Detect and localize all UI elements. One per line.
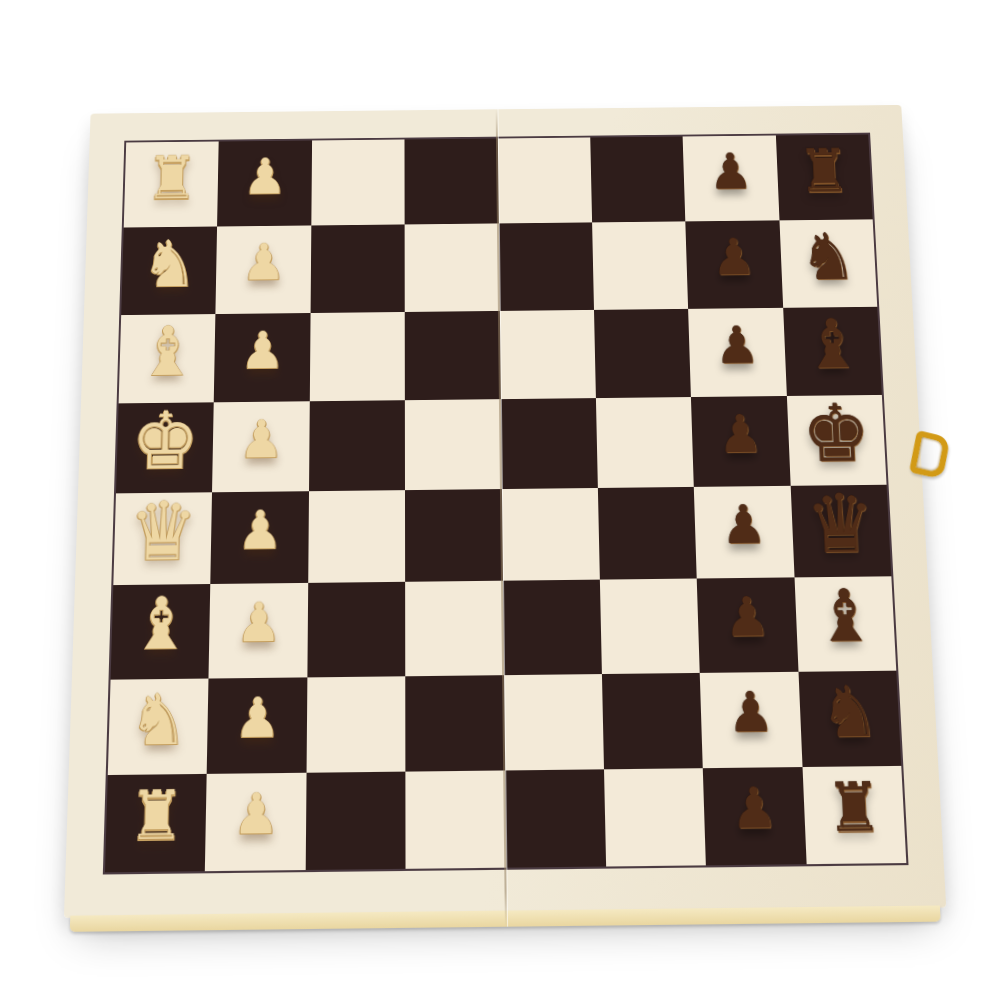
- square: ♜: [124, 141, 219, 227]
- black-bishop: ♝: [801, 310, 862, 378]
- black-rook: ♜: [824, 773, 883, 841]
- square: ♟: [211, 491, 309, 584]
- black-pawn: ♟: [727, 684, 775, 740]
- square: [500, 398, 597, 489]
- square: [594, 308, 691, 397]
- white-pawn: ♟: [232, 786, 279, 843]
- white-pawn: ♟: [241, 238, 285, 289]
- square: ♟: [700, 671, 802, 768]
- square: [310, 225, 405, 313]
- white-knight: ♞: [141, 231, 199, 296]
- square: ♟: [205, 772, 306, 871]
- black-queen: ♛: [804, 483, 876, 565]
- black-knight: ♞: [798, 224, 857, 289]
- white-pawn: ♟: [239, 413, 284, 466]
- square: [590, 136, 685, 222]
- white-rook: ♜: [145, 148, 198, 208]
- black-pawn: ♟: [714, 319, 760, 371]
- square: ♟: [686, 221, 783, 309]
- white-knight: ♞: [128, 683, 188, 755]
- white-pawn: ♟: [240, 325, 285, 377]
- square: ♜: [776, 134, 873, 220]
- square: ♟: [683, 135, 779, 221]
- square: ♛: [113, 492, 212, 585]
- white-king: ♚: [130, 401, 200, 481]
- black-pawn: ♟: [730, 780, 778, 837]
- square: ♟: [207, 677, 307, 774]
- chess-grid: ♜♟♟♜♞♟♟♞♝♟♟♝♚♟♟♚♛♟♟♛♝♟♟♝♞♟♟♞♜♟♟♜: [103, 133, 909, 875]
- square: [405, 581, 503, 676]
- square: [505, 769, 606, 868]
- black-knight: ♞: [818, 675, 880, 746]
- square: [307, 582, 405, 677]
- board-bottom-edge: [70, 905, 941, 931]
- black-pawn: ♟: [723, 590, 770, 645]
- square: [309, 400, 405, 491]
- square: ♚: [116, 402, 214, 493]
- square: ♞: [798, 670, 901, 767]
- square: ♝: [119, 314, 216, 404]
- white-rook: ♜: [128, 781, 185, 849]
- square: ♝: [111, 584, 211, 679]
- square: [602, 672, 703, 769]
- square: ♝: [794, 577, 896, 672]
- square: ♛: [790, 485, 891, 578]
- square: ♟: [214, 313, 310, 403]
- square: [501, 488, 599, 581]
- square: [406, 770, 506, 869]
- brass-clasp-icon: [909, 430, 951, 480]
- square: ♝: [783, 306, 882, 395]
- black-pawn: ♟: [711, 232, 757, 283]
- square: ♟: [694, 486, 794, 579]
- square: ♞: [779, 220, 877, 308]
- square: [405, 224, 500, 312]
- square: ♜: [802, 766, 906, 865]
- square: ♟: [703, 767, 806, 866]
- square: [499, 309, 595, 398]
- square: ♞: [108, 678, 209, 775]
- black-rook: ♜: [796, 141, 851, 201]
- square: [310, 311, 405, 401]
- square: ♜: [105, 774, 207, 873]
- square: [596, 397, 694, 488]
- square: [598, 487, 697, 580]
- square: [308, 490, 405, 583]
- black-pawn: ♟: [720, 498, 767, 552]
- black-pawn: ♟: [708, 147, 753, 197]
- white-queen: ♛: [128, 491, 198, 573]
- square: [498, 223, 593, 311]
- black-pawn: ♟: [717, 408, 763, 461]
- white-pawn: ♟: [243, 152, 287, 202]
- square: [306, 676, 405, 773]
- square: [405, 310, 501, 400]
- white-pawn: ♟: [237, 504, 283, 558]
- white-bishop: ♝: [138, 317, 198, 385]
- white-bishop: ♝: [130, 588, 192, 660]
- square: ♟: [691, 396, 790, 487]
- square: [305, 771, 405, 870]
- white-pawn: ♟: [234, 690, 281, 746]
- square: ♟: [217, 140, 311, 226]
- square: [604, 768, 706, 867]
- square: ♟: [697, 578, 798, 673]
- square: ♟: [688, 307, 786, 396]
- square: ♟: [212, 401, 309, 492]
- square: [405, 138, 499, 224]
- folding-chess-board: ♜♟♟♜♞♟♟♞♝♟♟♝♚♟♟♚♛♟♟♛♝♟♟♝♞♟♟♞♜♟♟♜: [64, 105, 946, 918]
- square: [503, 580, 602, 675]
- black-bishop: ♝: [813, 581, 876, 653]
- square: [405, 675, 504, 772]
- white-pawn: ♟: [236, 596, 282, 651]
- square: [497, 137, 592, 223]
- square: ♟: [209, 583, 308, 678]
- square: [405, 399, 501, 490]
- square: [504, 674, 604, 771]
- square: [311, 139, 405, 225]
- square: [600, 579, 700, 674]
- black-king: ♚: [800, 393, 871, 473]
- square: ♟: [216, 226, 311, 314]
- square: [592, 222, 688, 310]
- square: ♚: [787, 395, 887, 486]
- product-photo-scene: ♜♟♟♜♞♟♟♞♝♟♟♝♚♟♟♚♛♟♟♛♝♟♟♝♞♟♟♞♜♟♟♜: [0, 0, 1000, 1000]
- square: [405, 489, 502, 582]
- square: ♞: [121, 227, 217, 315]
